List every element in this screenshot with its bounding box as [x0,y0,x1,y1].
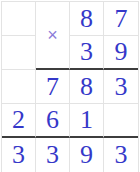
multiply-operator-cell: × [36,2,70,70]
cell-r2c3: 3 [70,36,104,70]
cell-r1c1 [2,2,36,36]
cell-r2c4: 9 [104,36,138,70]
cell-r1c3: 8 [70,2,104,36]
cell-r5c2: 3 [36,138,70,172]
cell-r3c3: 8 [70,70,104,104]
cell-r4c1: 2 [2,104,36,138]
cell-r1c4: 7 [104,2,138,36]
cell-r5c3: 9 [70,138,104,172]
cell-r3c1 [2,70,36,104]
cell-r3c2: 7 [36,70,70,104]
multiplication-grid: × 8 7 3 9 7 8 3 2 6 1 3 3 9 3 [1,1,139,172]
cell-r4c2: 6 [36,104,70,138]
cell-r2c1 [2,36,36,70]
cell-r5c4: 3 [104,138,138,172]
cell-r3c4: 3 [104,70,138,104]
cell-r5c1: 3 [2,138,36,172]
cell-r4c3: 1 [70,104,104,138]
cell-r4c4 [104,104,138,138]
